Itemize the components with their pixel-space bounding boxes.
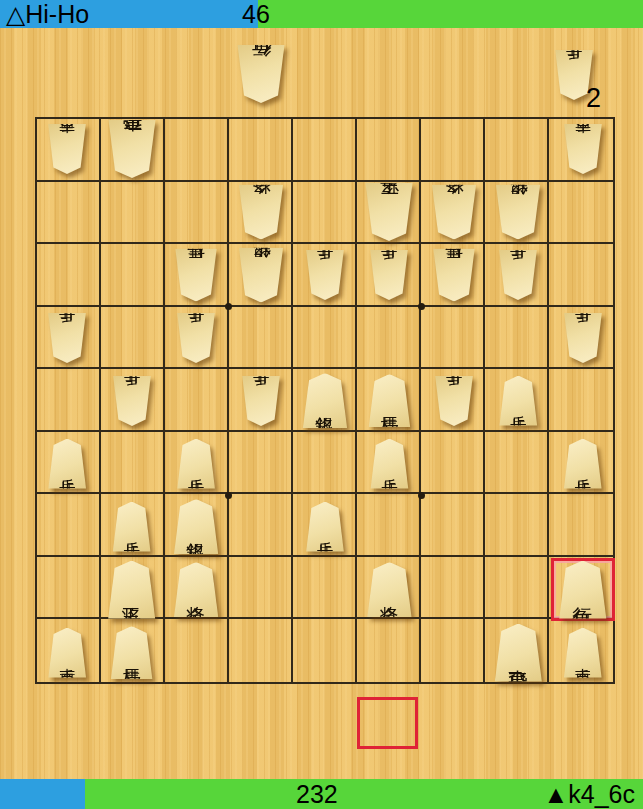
piece-body: 歩兵 [563, 439, 603, 489]
piece-kanji: 歩兵 [123, 525, 140, 529]
sente-clock-bar: 232 ▲k4_6c [0, 779, 643, 809]
piece-body: 歩兵 [498, 376, 538, 426]
board-cell[interactable] [549, 244, 613, 307]
piece-body: 桂馬 [110, 626, 154, 679]
board-cell[interactable] [421, 432, 485, 495]
board-cell[interactable] [229, 619, 293, 682]
piece-kanji: 角行 [251, 72, 271, 76]
piece-kanji: 金将 [251, 210, 270, 214]
piece-kanji: 歩兵 [188, 462, 205, 466]
piece-kanji: 桂馬 [445, 273, 463, 277]
board-cell[interactable] [357, 119, 421, 182]
piece-kanji: 桂馬 [123, 651, 141, 655]
drop-source-marker [357, 697, 418, 749]
board-cell[interactable] [165, 619, 229, 682]
piece-body: 飛車 [493, 624, 543, 682]
board-cell[interactable] [421, 119, 485, 182]
piece-kanji: 桂馬 [380, 399, 398, 403]
piece-kanji: 銀将 [251, 273, 270, 277]
piece-gold-gote[interactable]: 金将 [430, 184, 477, 239]
board-cell[interactable] [357, 307, 421, 370]
board-cell[interactable] [37, 557, 101, 620]
board-cell[interactable] [229, 557, 293, 620]
piece-kanji: 歩兵 [188, 336, 205, 340]
piece-body: 銀将 [302, 373, 349, 428]
piece-kanji: 桂馬 [187, 273, 205, 277]
piece-kanji: 香車 [574, 651, 591, 655]
piece-body: 香車 [47, 628, 87, 678]
piece-kanji: 歩兵 [317, 273, 334, 277]
piece-pawn-sente[interactable]: 歩兵 [563, 439, 603, 489]
piece-body: 銀将 [173, 499, 220, 554]
piece-kanji: 銀将 [316, 399, 335, 403]
piece-body: 銀将 [495, 184, 542, 239]
piece-body: 歩兵 [305, 502, 345, 552]
piece-kanji: 飛車 [122, 147, 142, 151]
piece-gold-gote[interactable]: 金将 [237, 184, 284, 239]
board-cell[interactable] [549, 369, 613, 432]
piece-silver-gote[interactable]: 銀将 [237, 247, 284, 302]
piece-bishop-sente[interactable]: 角行 [558, 561, 608, 619]
board-cell[interactable] [165, 182, 229, 245]
piece-king-sente[interactable]: 玉将 [107, 561, 157, 619]
piece-pawn-gote[interactable]: 歩兵 [176, 313, 216, 363]
piece-body: 金将 [366, 562, 413, 617]
piece-body: 香車 [563, 628, 603, 678]
piece-kanji: 歩兵 [252, 399, 269, 403]
piece-pawn-gote[interactable]: 歩兵 [563, 313, 603, 363]
piece-pawn-sente[interactable]: 歩兵 [305, 502, 345, 552]
piece-body: 金将 [430, 184, 477, 239]
piece-pawn-sente[interactable]: 歩兵 [47, 439, 87, 489]
piece-gold-sente[interactable]: 金将 [173, 562, 220, 617]
board-cell[interactable] [357, 619, 421, 682]
board-cell[interactable] [101, 432, 165, 495]
piece-kanji: 歩兵 [510, 399, 527, 403]
sente-time-elapsed-gauge [0, 779, 85, 809]
board-cell[interactable] [293, 182, 357, 245]
board-cell[interactable] [229, 119, 293, 182]
piece-kanji: 歩兵 [59, 336, 76, 340]
piece-body: 銀将 [237, 247, 284, 302]
piece-body: 香車 [563, 124, 603, 174]
hand-pawn-count: 2 [586, 83, 601, 114]
piece-kanji: 香車 [574, 147, 591, 151]
piece-rook-gote[interactable]: 飛車 [107, 120, 157, 178]
board-cell[interactable] [549, 182, 613, 245]
piece-body: 歩兵 [369, 439, 409, 489]
board-cell[interactable] [293, 432, 357, 495]
board-cell[interactable] [485, 119, 549, 182]
board-cell[interactable] [101, 244, 165, 307]
board-cell[interactable] [485, 307, 549, 370]
board-cell[interactable] [293, 557, 357, 620]
piece-kanji: 歩兵 [317, 525, 334, 529]
piece-lance-sente[interactable]: 香車 [563, 628, 603, 678]
piece-body: 歩兵 [176, 439, 216, 489]
board-cell[interactable] [485, 432, 549, 495]
board-cell[interactable] [101, 182, 165, 245]
board-cell[interactable] [485, 494, 549, 557]
piece-body: 飛車 [107, 120, 157, 178]
piece-body: 桂馬 [432, 248, 476, 301]
piece-body: 歩兵 [369, 250, 409, 300]
gote-timer: 46 [242, 0, 270, 28]
piece-kanji: 金将 [187, 588, 206, 592]
piece-kanji: 歩兵 [59, 462, 76, 466]
piece-body: 角行 [236, 45, 286, 103]
board-cell[interactable] [229, 494, 293, 557]
piece-body: 歩兵 [305, 250, 345, 300]
board-cell[interactable] [37, 244, 101, 307]
piece-pawn-sente[interactable]: 歩兵 [498, 376, 538, 426]
piece-kanji: 銀将 [187, 525, 206, 529]
piece-kanji: 歩兵 [574, 336, 591, 340]
piece-kanji: 歩兵 [381, 462, 398, 466]
piece-silver-sente[interactable]: 銀将 [302, 373, 349, 428]
board-cell[interactable] [293, 619, 357, 682]
piece-body: 玉将 [107, 561, 157, 619]
piece-pawn-sente[interactable]: 歩兵 [112, 502, 152, 552]
board-cell[interactable] [37, 369, 101, 432]
hand-piece-bishop-gote[interactable]: 角行 [236, 45, 286, 103]
board-cell[interactable] [485, 557, 549, 620]
piece-body: 桂馬 [367, 374, 411, 427]
piece-rook-sente[interactable]: 飛車 [493, 624, 543, 682]
board-cell[interactable] [229, 432, 293, 495]
sente-timer: 232 [296, 779, 338, 809]
piece-body: 歩兵 [47, 313, 87, 363]
piece-lance-gote[interactable]: 香車 [47, 124, 87, 174]
sente-player-name: ▲k4_6c [544, 779, 635, 809]
piece-pawn-sente[interactable]: 歩兵 [369, 439, 409, 489]
piece-kanji: 飛車 [508, 651, 528, 655]
piece-kanji: 金将 [380, 588, 399, 592]
piece-body: 角行 [558, 561, 608, 619]
board-cell[interactable] [165, 369, 229, 432]
piece-kanji: 香車 [59, 147, 76, 151]
piece-kanji: 玉将 [122, 588, 142, 592]
piece-body: 桂馬 [174, 248, 218, 301]
piece-lance-gote[interactable]: 香車 [563, 124, 603, 174]
board-cell[interactable] [421, 494, 485, 557]
piece-kanji: 角行 [573, 588, 593, 592]
piece-pawn-sente[interactable]: 歩兵 [176, 439, 216, 489]
piece-pawn-gote[interactable]: 歩兵 [434, 376, 474, 426]
piece-lance-sente[interactable]: 香車 [47, 628, 87, 678]
piece-body: 歩兵 [434, 376, 474, 426]
gote-player-name: △Hi-Ho [6, 0, 89, 28]
gote-clock-bar: △Hi-Ho 46 [0, 0, 643, 28]
board-cell[interactable] [101, 307, 165, 370]
piece-pawn-gote[interactable]: 歩兵 [305, 250, 345, 300]
piece-pawn-gote[interactable]: 歩兵 [498, 250, 538, 300]
piece-pawn-gote[interactable]: 歩兵 [112, 376, 152, 426]
piece-body: 歩兵 [112, 502, 152, 552]
piece-body: 金将 [173, 562, 220, 617]
board-cell[interactable] [421, 619, 485, 682]
piece-kanji: 王将 [379, 210, 399, 214]
piece-knight-sente[interactable]: 桂馬 [367, 374, 411, 427]
piece-body: 香車 [47, 124, 87, 174]
piece-kanji: 歩兵 [574, 462, 591, 466]
piece-body: 王将 [364, 183, 414, 241]
piece-knight-gote[interactable]: 桂馬 [432, 248, 476, 301]
board-cell[interactable] [421, 307, 485, 370]
piece-gold-sente[interactable]: 金将 [366, 562, 413, 617]
board-cell[interactable] [37, 494, 101, 557]
piece-kanji: 銀将 [509, 210, 528, 214]
piece-body: 歩兵 [498, 250, 538, 300]
piece-body: 歩兵 [241, 376, 281, 426]
piece-kanji: 歩兵 [123, 399, 140, 403]
board-cell[interactable] [229, 307, 293, 370]
piece-body: 金将 [237, 184, 284, 239]
piece-kanji: 歩兵 [445, 399, 462, 403]
piece-body: 歩兵 [112, 376, 152, 426]
piece-pawn-gote[interactable]: 歩兵 [241, 376, 281, 426]
board-cell[interactable] [549, 494, 613, 557]
board-cell[interactable] [357, 494, 421, 557]
piece-kanji: 歩兵 [381, 273, 398, 277]
board-cell[interactable] [165, 119, 229, 182]
piece-body: 歩兵 [563, 313, 603, 363]
piece-silver-gote[interactable]: 銀将 [495, 184, 542, 239]
board-cell[interactable] [293, 119, 357, 182]
board-cell[interactable] [293, 307, 357, 370]
piece-kanji: 歩兵 [510, 273, 527, 277]
piece-knight-gote[interactable]: 桂馬 [174, 248, 218, 301]
piece-body: 歩兵 [176, 313, 216, 363]
piece-silver-sente[interactable]: 銀将 [173, 499, 220, 554]
piece-pawn-gote[interactable]: 歩兵 [47, 313, 87, 363]
board-cell[interactable] [421, 557, 485, 620]
piece-knight-sente[interactable]: 桂馬 [110, 626, 154, 679]
piece-pawn-gote[interactable]: 歩兵 [369, 250, 409, 300]
gote-time-remaining-gauge [258, 0, 643, 28]
piece-king-gote[interactable]: 王将 [364, 183, 414, 241]
shogi-app: △Hi-Ho 46 角行 歩兵 2 香車飛車香車金将王将金将銀将桂馬銀将歩兵歩兵… [0, 0, 643, 809]
piece-kanji: 香車 [59, 651, 76, 655]
piece-body: 歩兵 [47, 439, 87, 489]
piece-kanji: 歩兵 [566, 73, 583, 77]
board-cell[interactable] [37, 182, 101, 245]
piece-kanji: 金将 [444, 210, 463, 214]
